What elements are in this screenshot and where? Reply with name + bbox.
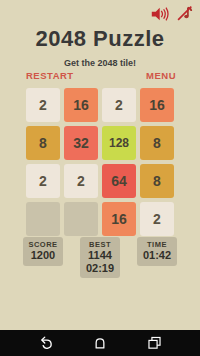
app-title: 2048 Puzzle	[0, 26, 200, 52]
music-muted-icon[interactable]	[176, 5, 193, 22]
score-box: SCORE 1200	[23, 237, 63, 266]
time-label: TIME	[139, 240, 175, 249]
android-nav-bar	[0, 330, 200, 356]
best-score-value: 1144	[82, 249, 118, 262]
speaker-on-icon[interactable]	[151, 6, 170, 22]
tile-2: 2	[140, 202, 174, 236]
app-subtitle: Get the 2048 tile!	[0, 58, 200, 68]
tile-2: 2	[26, 164, 60, 198]
tile-128: 128	[102, 126, 136, 160]
empty-cell	[26, 202, 60, 236]
back-icon[interactable]	[38, 336, 53, 354]
tile-16: 16	[64, 88, 98, 122]
menu-button[interactable]: MENU	[146, 70, 176, 81]
sound-controls	[151, 5, 193, 22]
recents-icon[interactable]	[147, 336, 162, 354]
empty-cell	[64, 202, 98, 236]
tile-2: 2	[26, 88, 60, 122]
tile-16: 16	[102, 202, 136, 236]
stats-bar: SCORE 1200 BEST 1144 02:19 TIME 01:42	[23, 237, 177, 278]
tile-2: 2	[64, 164, 98, 198]
tile-8: 8	[140, 164, 174, 198]
tile-8: 8	[140, 126, 174, 160]
tile-8: 8	[26, 126, 60, 160]
tile-64: 64	[102, 164, 136, 198]
best-time-value: 02:19	[82, 262, 118, 275]
tile-32: 32	[64, 126, 98, 160]
control-bar: RESTART MENU	[26, 70, 176, 81]
best-label: BEST	[82, 240, 118, 249]
home-icon[interactable]	[93, 336, 107, 354]
tile-16: 16	[140, 88, 174, 122]
game-board[interactable]: 216216832128822648162	[26, 88, 174, 236]
score-label: SCORE	[25, 240, 61, 249]
best-box: BEST 1144 02:19	[80, 237, 120, 278]
score-value: 1200	[25, 249, 61, 262]
tile-2: 2	[102, 88, 136, 122]
restart-button[interactable]: RESTART	[26, 70, 74, 81]
time-box: TIME 01:42	[137, 237, 177, 266]
time-value: 01:42	[139, 249, 175, 262]
